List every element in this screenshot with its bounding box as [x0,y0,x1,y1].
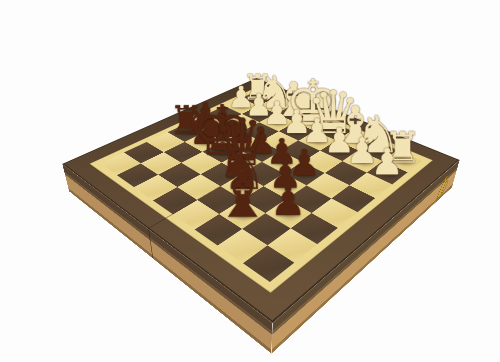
chess-set-photo: ♜♞♝♚♛♝♞♜♟♟♟♟♟♟♟♟♟♟♟♟♟♟♜♞♚♛♟♞♟♝ [0,0,500,362]
hinge-seam-side [148,229,153,259]
chess-board-box: ♜♞♝♚♛♝♞♜♟♟♟♟♟♟♟♟♟♟♟♟♟♟♜♞♚♛♟♞♟♝ [62,78,459,323]
board-top-surface: ♜♞♝♚♛♝♞♜♟♟♟♟♟♟♟♟♟♟♟♟♟♟♜♞♚♛♟♞♟♝ [62,78,459,323]
square-e7 [177,174,220,200]
board-margin-strip: ♜♞♝♚♛♝♞♜♟♟♟♟♟♟♟♟♟♟♟♟♟♟♜♞♚♛♟♞♟♝ [90,87,433,293]
square-h7 [124,142,163,163]
